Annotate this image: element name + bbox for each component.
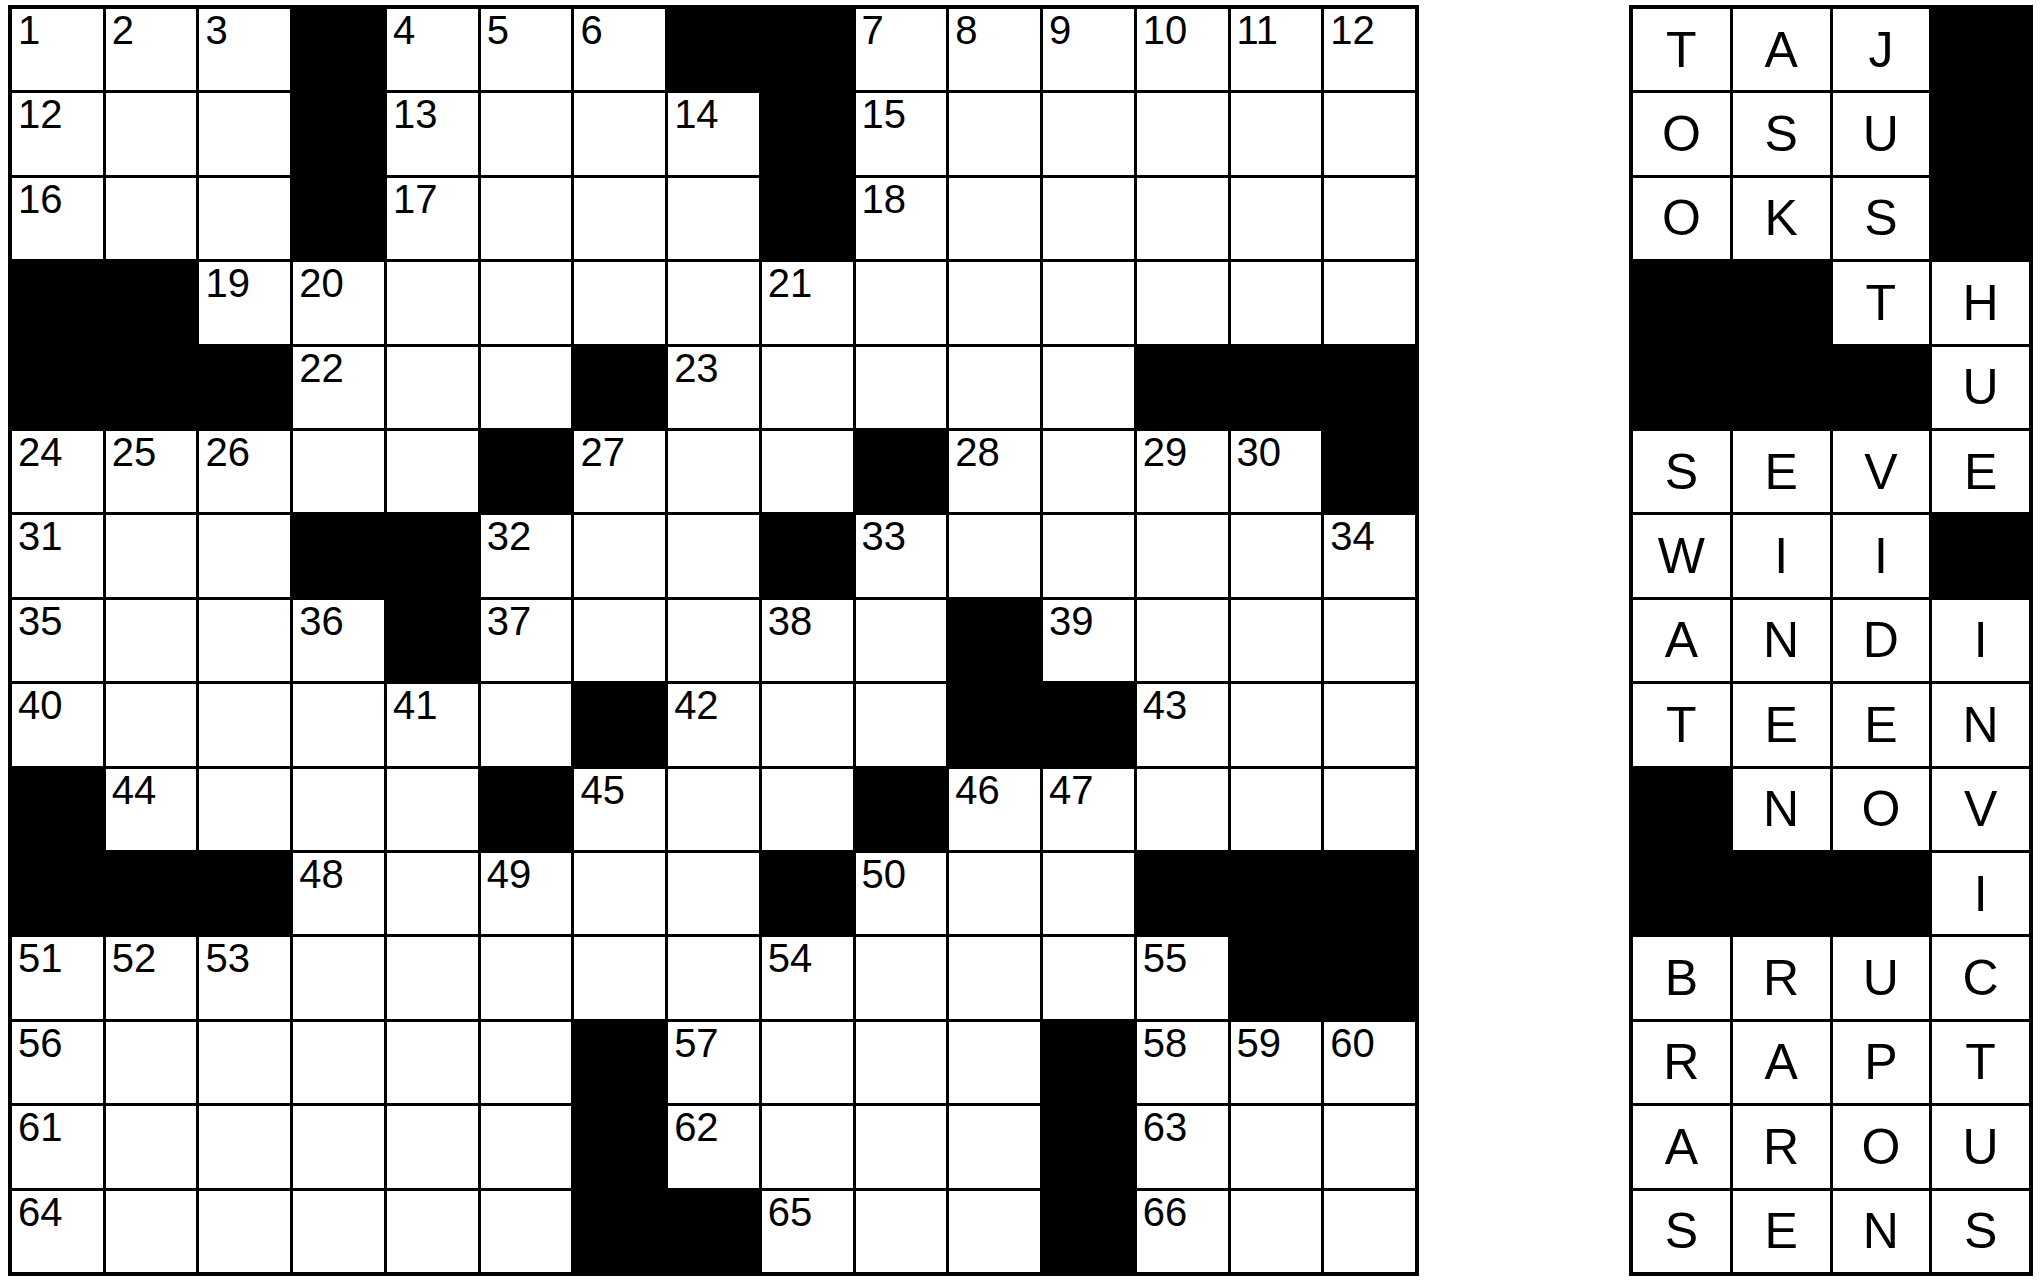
black-cell [481,431,572,512]
grid-cell[interactable]: V [1932,769,2029,850]
grid-cell[interactable] [949,93,1040,174]
cell-number: 40 [18,684,63,727]
grid-cell[interactable]: 49 [481,853,572,934]
grid-cell[interactable] [1231,1106,1322,1187]
cell-number: 5 [487,9,509,52]
grid-cell[interactable]: S [1633,431,1730,512]
grid-cell[interactable] [387,1022,478,1103]
cell-number: 18 [862,178,907,221]
grid-cell[interactable]: P [1833,1022,1930,1103]
grid-cell[interactable] [949,1191,1040,1272]
cell-letter: E [1733,431,1830,512]
black-cell [574,1022,665,1103]
grid-cell[interactable] [1137,262,1228,343]
black-cell [668,1191,759,1272]
grid-cell[interactable] [856,600,947,681]
grid-cell[interactable] [481,178,572,259]
cell-number: 22 [299,347,344,390]
grid-cell[interactable] [949,515,1040,596]
grid-cell[interactable] [199,1022,290,1103]
grid-cell[interactable]: O [1833,1106,1930,1187]
cell-letter: A [1633,600,1730,681]
grid-cell[interactable] [481,937,572,1018]
cell-number: 12 [1330,9,1375,52]
grid-cell[interactable]: 32 [481,515,572,596]
grid-cell[interactable] [856,937,947,1018]
grid-cell[interactable]: S [1633,1191,1730,1272]
grid-cell[interactable]: 12 [1324,9,1415,90]
grid-cell[interactable] [762,431,853,512]
grid-cell[interactable] [1324,684,1415,765]
grid-cell[interactable]: 12 [12,93,103,174]
grid-cell[interactable]: E [1733,684,1830,765]
black-cell [856,769,947,850]
grid-cell[interactable]: 21 [762,262,853,343]
grid-cell[interactable]: N [1733,600,1830,681]
grid-cell[interactable] [1137,178,1228,259]
cell-number: 13 [393,93,438,136]
cell-letter: A [1733,9,1830,90]
black-cell [668,9,759,90]
grid-cell[interactable]: 23 [668,347,759,428]
grid-cell[interactable] [1231,684,1322,765]
grid-cell[interactable]: 19 [199,262,290,343]
cell-letter: S [1833,178,1930,259]
grid-cell[interactable] [1043,853,1134,934]
grid-cell[interactable]: 20 [293,262,384,343]
grid-cell[interactable] [574,178,665,259]
grid-cell[interactable] [481,684,572,765]
cell-number: 41 [393,684,438,727]
grid-cell[interactable] [574,600,665,681]
grid-cell[interactable] [387,937,478,1018]
grid-cell[interactable]: I [1932,853,2029,934]
grid-cell[interactable] [856,347,947,428]
cell-number: 61 [18,1106,63,1149]
black-cell [1633,262,1730,343]
grid-cell[interactable] [574,262,665,343]
grid-cell[interactable]: 48 [293,853,384,934]
grid-cell[interactable] [762,769,853,850]
grid-cell[interactable] [481,93,572,174]
cell-number: 35 [18,600,63,643]
grid-cell[interactable] [949,937,1040,1018]
grid-cell[interactable]: C [1932,937,2029,1018]
grid-cell[interactable]: H [1932,262,2029,343]
page-canvas: 1234567891011121213141516171819202122232… [0,0,2040,1280]
black-cell [1633,347,1730,428]
black-cell [293,178,384,259]
grid-cell[interactable]: 58 [1137,1022,1228,1103]
grid-cell[interactable] [106,515,197,596]
grid-cell[interactable] [668,431,759,512]
grid-cell[interactable] [387,262,478,343]
grid-cell[interactable]: 44 [106,769,197,850]
grid-cell[interactable] [762,1022,853,1103]
grid-cell[interactable] [387,1191,478,1272]
grid-cell[interactable] [387,347,478,428]
grid-cell[interactable]: B [1633,937,1730,1018]
grid-cell[interactable]: 55 [1137,937,1228,1018]
grid-cell[interactable]: S [1733,93,1830,174]
grid-cell[interactable]: 50 [856,853,947,934]
grid-cell[interactable]: 8 [949,9,1040,90]
grid-cell[interactable]: R [1733,1106,1830,1187]
grid-cell[interactable]: 15 [856,93,947,174]
cell-number: 45 [580,769,625,812]
grid-cell[interactable]: 41 [387,684,478,765]
grid-cell[interactable] [949,1106,1040,1187]
grid-cell[interactable]: 39 [1043,600,1134,681]
grid-cell[interactable] [949,853,1040,934]
black-cell [1137,853,1228,934]
grid-cell[interactable]: 51 [12,937,103,1018]
grid-cell[interactable] [1324,600,1415,681]
grid-cell[interactable]: 37 [481,600,572,681]
cell-number: 38 [768,600,813,643]
grid-cell[interactable] [293,769,384,850]
black-cell [762,853,853,934]
grid-cell[interactable]: 42 [668,684,759,765]
grid-cell[interactable]: 40 [12,684,103,765]
grid-cell[interactable]: A [1733,1022,1830,1103]
grid-cell[interactable] [293,431,384,512]
cell-number: 8 [955,9,977,52]
grid-cell[interactable]: R [1633,1022,1730,1103]
cell-letter: S [1932,1191,2029,1272]
grid-cell[interactable]: U [1932,1106,2029,1187]
grid-cell[interactable] [1231,262,1322,343]
grid-cell[interactable] [1231,1191,1322,1272]
grid-cell[interactable]: 22 [293,347,384,428]
grid-cell[interactable]: 38 [762,600,853,681]
grid-cell[interactable] [1231,93,1322,174]
cell-letter: U [1833,93,1930,174]
grid-cell[interactable] [1324,178,1415,259]
grid-cell[interactable] [293,1106,384,1187]
grid-cell[interactable]: E [1932,431,2029,512]
grid-cell[interactable] [1137,93,1228,174]
grid-cell[interactable] [199,1191,290,1272]
grid-cell[interactable]: 47 [1043,769,1134,850]
cell-letter: N [1733,769,1830,850]
grid-cell[interactable]: T [1633,684,1730,765]
grid-cell[interactable]: 57 [668,1022,759,1103]
grid-cell[interactable] [949,347,1040,428]
grid-cell[interactable]: 36 [293,600,384,681]
grid-cell[interactable]: 65 [762,1191,853,1272]
cell-number: 26 [205,431,250,474]
cell-number: 58 [1143,1022,1188,1065]
grid-cell[interactable] [387,1106,478,1187]
grid-cell[interactable]: I [1833,515,1930,596]
grid-cell[interactable] [199,600,290,681]
grid-cell[interactable]: 6 [574,9,665,90]
grid-cell[interactable]: U [1833,93,1930,174]
grid-cell[interactable]: 53 [199,937,290,1018]
grid-cell[interactable]: S [1932,1191,2029,1272]
grid-cell[interactable]: 16 [12,178,103,259]
grid-cell[interactable]: A [1633,600,1730,681]
grid-cell[interactable] [668,769,759,850]
cell-letter: U [1932,1106,2029,1187]
grid-cell[interactable]: A [1633,1106,1730,1187]
grid-cell[interactable]: 54 [762,937,853,1018]
grid-cell[interactable]: 26 [199,431,290,512]
cell-number: 52 [112,937,157,980]
cell-number: 46 [955,769,1000,812]
cell-letter: N [1833,1191,1930,1272]
grid-cell[interactable] [762,684,853,765]
grid-cell[interactable] [293,684,384,765]
grid-cell[interactable]: R [1733,937,1830,1018]
black-cell [574,684,665,765]
cell-number: 25 [112,431,157,474]
grid-cell[interactable] [1043,262,1134,343]
grid-cell[interactable]: 4 [387,9,478,90]
grid-cell[interactable] [1043,937,1134,1018]
grid-cell[interactable]: 31 [12,515,103,596]
grid-cell[interactable]: 43 [1137,684,1228,765]
grid-cell[interactable]: 45 [574,769,665,850]
grid-cell[interactable] [574,853,665,934]
black-cell [199,347,290,428]
grid-cell[interactable] [668,178,759,259]
cell-letter: K [1733,178,1830,259]
grid-cell[interactable] [293,1022,384,1103]
grid-cell[interactable]: 56 [12,1022,103,1103]
grid-cell[interactable] [1043,515,1134,596]
grid-cell[interactable]: 61 [12,1106,103,1187]
grid-cell[interactable] [856,684,947,765]
cell-number: 3 [205,9,227,52]
grid-cell[interactable]: 66 [1137,1191,1228,1272]
grid-cell[interactable]: 30 [1231,431,1322,512]
grid-cell[interactable] [293,1191,384,1272]
grid-cell[interactable] [574,515,665,596]
grid-cell[interactable]: 27 [574,431,665,512]
black-cell [106,262,197,343]
grid-cell[interactable]: N [1833,1191,1930,1272]
cell-letter: E [1833,684,1930,765]
grid-cell[interactable]: I [1932,600,2029,681]
grid-cell[interactable] [481,1022,572,1103]
grid-cell[interactable]: 2 [106,9,197,90]
grid-cell[interactable]: 17 [387,178,478,259]
grid-cell[interactable] [1231,600,1322,681]
grid-cell[interactable]: 18 [856,178,947,259]
grid-cell[interactable]: E [1733,1191,1830,1272]
grid-cell[interactable]: U [1932,347,2029,428]
grid-cell[interactable]: 64 [12,1191,103,1272]
grid-cell[interactable] [199,178,290,259]
cell-number: 63 [1143,1106,1188,1149]
grid-cell[interactable]: 24 [12,431,103,512]
grid-cell[interactable]: N [1733,769,1830,850]
grid-cell[interactable] [481,347,572,428]
grid-cell[interactable]: 7 [856,9,947,90]
grid-cell[interactable]: N [1932,684,2029,765]
grid-cell[interactable] [106,1022,197,1103]
cell-number: 55 [1143,937,1188,980]
grid-cell[interactable]: 59 [1231,1022,1322,1103]
grid-cell[interactable]: 34 [1324,515,1415,596]
grid-cell[interactable]: 14 [668,93,759,174]
grid-cell[interactable] [574,93,665,174]
grid-cell[interactable]: 29 [1137,431,1228,512]
black-cell [1932,515,2029,596]
cell-number: 28 [955,431,1000,474]
black-cell [762,9,853,90]
grid-cell[interactable]: 1 [12,9,103,90]
grid-cell[interactable] [106,600,197,681]
black-cell [1733,347,1830,428]
grid-cell[interactable] [856,1022,947,1103]
grid-cell[interactable] [481,1106,572,1187]
cell-number: 33 [862,515,907,558]
grid-cell[interactable] [1324,93,1415,174]
grid-cell[interactable]: 60 [1324,1022,1415,1103]
cell-number: 59 [1237,1022,1282,1065]
grid-cell[interactable] [199,93,290,174]
grid-cell[interactable] [293,937,384,1018]
black-cell [762,178,853,259]
crossword-grid: 1234567891011121213141516171819202122232… [8,5,1419,1276]
black-cell [1324,853,1415,934]
cell-number: 4 [393,9,415,52]
grid-cell[interactable]: O [1633,178,1730,259]
grid-cell[interactable]: D [1833,600,1930,681]
grid-cell[interactable] [387,431,478,512]
grid-cell[interactable] [387,853,478,934]
cell-number: 17 [393,178,438,221]
grid-cell[interactable] [856,1106,947,1187]
cell-letter: B [1633,937,1730,1018]
grid-cell[interactable] [1231,515,1322,596]
cell-number: 51 [18,937,63,980]
grid-cell[interactable] [762,347,853,428]
cell-number: 60 [1330,1022,1375,1065]
answer-grid: TAJOSUOKSTHUSEVEWIIANDITEENNOVIBRUCRAPTA… [1629,5,2033,1276]
grid-cell[interactable]: 3 [199,9,290,90]
grid-cell[interactable] [199,769,290,850]
grid-cell[interactable] [668,937,759,1018]
grid-cell[interactable] [856,1191,947,1272]
grid-cell[interactable]: 63 [1137,1106,1228,1187]
cell-number: 10 [1143,9,1188,52]
grid-cell[interactable] [106,684,197,765]
grid-cell[interactable] [199,684,290,765]
grid-cell[interactable] [1324,262,1415,343]
grid-cell[interactable]: U [1833,937,1930,1018]
grid-cell[interactable] [1324,769,1415,850]
grid-cell[interactable] [481,262,572,343]
grid-cell[interactable] [762,1106,853,1187]
grid-cell[interactable] [1043,178,1134,259]
grid-cell[interactable] [1324,1106,1415,1187]
cell-number: 50 [862,853,907,896]
black-cell [856,431,947,512]
grid-cell[interactable]: T [1932,1022,2029,1103]
grid-cell[interactable]: T [1633,9,1730,90]
grid-cell[interactable] [481,1191,572,1272]
grid-cell[interactable] [1137,600,1228,681]
grid-cell[interactable]: 46 [949,769,1040,850]
grid-cell[interactable]: K [1733,178,1830,259]
grid-cell[interactable] [1231,178,1322,259]
grid-cell[interactable] [1137,515,1228,596]
grid-cell[interactable]: 33 [856,515,947,596]
cell-number: 65 [768,1191,813,1234]
grid-cell[interactable]: 62 [668,1106,759,1187]
grid-cell[interactable] [106,178,197,259]
grid-cell[interactable]: E [1733,431,1830,512]
grid-cell[interactable]: J [1833,9,1930,90]
cell-number: 54 [768,937,813,980]
black-cell [1324,347,1415,428]
grid-cell[interactable] [106,93,197,174]
grid-cell[interactable] [949,178,1040,259]
black-cell [12,262,103,343]
black-cell [1043,684,1134,765]
grid-cell[interactable]: E [1833,684,1930,765]
cell-letter: N [1733,600,1830,681]
grid-cell[interactable] [199,515,290,596]
grid-cell[interactable] [387,769,478,850]
grid-cell[interactable]: O [1833,769,1930,850]
grid-cell[interactable] [668,262,759,343]
grid-cell[interactable]: 28 [949,431,1040,512]
grid-cell[interactable]: O [1633,93,1730,174]
black-cell [1932,93,2029,174]
grid-cell[interactable] [1043,431,1134,512]
grid-cell[interactable]: S [1833,178,1930,259]
grid-cell[interactable]: 13 [387,93,478,174]
grid-cell[interactable]: V [1833,431,1930,512]
grid-cell[interactable]: T [1833,262,1930,343]
grid-cell[interactable]: A [1733,9,1830,90]
grid-cell[interactable] [856,262,947,343]
grid-cell[interactable]: 11 [1231,9,1322,90]
grid-cell[interactable]: 10 [1137,9,1228,90]
black-cell [1833,347,1930,428]
grid-cell[interactable] [1324,1191,1415,1272]
grid-cell[interactable] [1043,93,1134,174]
grid-cell[interactable] [1231,769,1322,850]
black-cell [1043,1106,1134,1187]
grid-cell[interactable] [668,600,759,681]
grid-cell[interactable]: 25 [106,431,197,512]
grid-cell[interactable] [1137,769,1228,850]
grid-cell[interactable] [199,1106,290,1187]
grid-cell[interactable]: W [1633,515,1730,596]
grid-cell[interactable] [949,1022,1040,1103]
black-cell [293,9,384,90]
grid-cell[interactable] [668,515,759,596]
grid-cell[interactable]: 52 [106,937,197,1018]
grid-cell[interactable]: 9 [1043,9,1134,90]
cell-number: 12 [18,93,63,136]
grid-cell[interactable] [949,262,1040,343]
grid-cell[interactable]: 5 [481,9,572,90]
grid-cell[interactable] [668,853,759,934]
grid-cell[interactable] [106,1191,197,1272]
grid-cell[interactable] [106,1106,197,1187]
grid-cell[interactable] [1043,347,1134,428]
grid-cell[interactable]: 35 [12,600,103,681]
grid-cell[interactable] [574,937,665,1018]
grid-cell[interactable]: I [1733,515,1830,596]
